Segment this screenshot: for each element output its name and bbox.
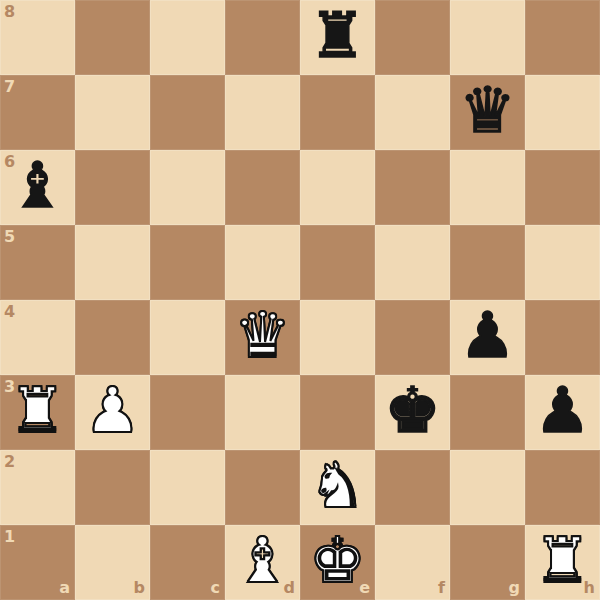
- chess-board: 8♜7♛6♝54♛♟3♜♟♚♟2♞1abcd♝e♚fgh♜: [0, 0, 600, 600]
- square-e4[interactable]: [300, 300, 375, 375]
- black-queen[interactable]: ♛: [459, 79, 515, 142]
- square-e8[interactable]: ♜: [300, 0, 375, 75]
- square-b3[interactable]: ♟: [75, 375, 150, 450]
- square-h8[interactable]: [525, 0, 600, 75]
- square-a6[interactable]: 6♝: [0, 150, 75, 225]
- rank-label-2: 2: [4, 454, 15, 470]
- square-e1[interactable]: e♚: [300, 525, 375, 600]
- square-c4[interactable]: [150, 300, 225, 375]
- square-b8[interactable]: [75, 0, 150, 75]
- square-a8[interactable]: 8: [0, 0, 75, 75]
- square-d1[interactable]: d♝: [225, 525, 300, 600]
- black-pawn[interactable]: ♟: [534, 379, 590, 442]
- square-b7[interactable]: [75, 75, 150, 150]
- square-f7[interactable]: [375, 75, 450, 150]
- file-label-b: b: [134, 580, 145, 596]
- square-d6[interactable]: [225, 150, 300, 225]
- square-f4[interactable]: [375, 300, 450, 375]
- square-h5[interactable]: [525, 225, 600, 300]
- square-h6[interactable]: [525, 150, 600, 225]
- white-rook[interactable]: ♜: [9, 379, 65, 442]
- square-c7[interactable]: [150, 75, 225, 150]
- square-a4[interactable]: 4: [0, 300, 75, 375]
- square-c1[interactable]: c: [150, 525, 225, 600]
- file-label-g: g: [509, 580, 520, 596]
- black-bishop[interactable]: ♝: [9, 154, 65, 217]
- square-h3[interactable]: ♟: [525, 375, 600, 450]
- square-f8[interactable]: [375, 0, 450, 75]
- square-f3[interactable]: ♚: [375, 375, 450, 450]
- square-a3[interactable]: 3♜: [0, 375, 75, 450]
- square-b5[interactable]: [75, 225, 150, 300]
- rank-label-1: 1: [4, 529, 15, 545]
- square-h7[interactable]: [525, 75, 600, 150]
- square-c2[interactable]: [150, 450, 225, 525]
- square-g2[interactable]: [450, 450, 525, 525]
- square-a5[interactable]: 5: [0, 225, 75, 300]
- square-g3[interactable]: [450, 375, 525, 450]
- square-g8[interactable]: [450, 0, 525, 75]
- square-b1[interactable]: b: [75, 525, 150, 600]
- rank-label-5: 5: [4, 229, 15, 245]
- square-g4[interactable]: ♟: [450, 300, 525, 375]
- file-label-a: a: [59, 580, 70, 596]
- square-d3[interactable]: [225, 375, 300, 450]
- white-rook[interactable]: ♜: [534, 529, 590, 592]
- white-queen[interactable]: ♛: [234, 304, 290, 367]
- square-a2[interactable]: 2: [0, 450, 75, 525]
- square-e3[interactable]: [300, 375, 375, 450]
- square-e5[interactable]: [300, 225, 375, 300]
- black-rook[interactable]: ♜: [309, 4, 365, 67]
- square-f1[interactable]: f: [375, 525, 450, 600]
- square-d5[interactable]: [225, 225, 300, 300]
- white-king[interactable]: ♚: [309, 529, 365, 592]
- square-d8[interactable]: [225, 0, 300, 75]
- square-c5[interactable]: [150, 225, 225, 300]
- rank-label-7: 7: [4, 79, 15, 95]
- square-f2[interactable]: [375, 450, 450, 525]
- square-b6[interactable]: [75, 150, 150, 225]
- square-a7[interactable]: 7: [0, 75, 75, 150]
- square-c3[interactable]: [150, 375, 225, 450]
- square-h1[interactable]: h♜: [525, 525, 600, 600]
- square-g7[interactable]: ♛: [450, 75, 525, 150]
- square-g5[interactable]: [450, 225, 525, 300]
- black-pawn[interactable]: ♟: [459, 304, 515, 367]
- square-h2[interactable]: [525, 450, 600, 525]
- square-e7[interactable]: [300, 75, 375, 150]
- square-h4[interactable]: [525, 300, 600, 375]
- square-a1[interactable]: 1a: [0, 525, 75, 600]
- white-pawn[interactable]: ♟: [84, 379, 140, 442]
- white-bishop[interactable]: ♝: [234, 529, 290, 592]
- file-label-c: c: [211, 580, 220, 596]
- square-e2[interactable]: ♞: [300, 450, 375, 525]
- square-c6[interactable]: [150, 150, 225, 225]
- square-f6[interactable]: [375, 150, 450, 225]
- square-d2[interactable]: [225, 450, 300, 525]
- square-c8[interactable]: [150, 0, 225, 75]
- rank-label-8: 8: [4, 4, 15, 20]
- square-d4[interactable]: ♛: [225, 300, 300, 375]
- square-g1[interactable]: g: [450, 525, 525, 600]
- white-knight[interactable]: ♞: [309, 454, 365, 517]
- square-g6[interactable]: [450, 150, 525, 225]
- file-label-f: f: [438, 580, 445, 596]
- square-e6[interactable]: [300, 150, 375, 225]
- square-b2[interactable]: [75, 450, 150, 525]
- rank-label-4: 4: [4, 304, 15, 320]
- square-b4[interactable]: [75, 300, 150, 375]
- square-d7[interactable]: [225, 75, 300, 150]
- black-king[interactable]: ♚: [384, 379, 440, 442]
- square-f5[interactable]: [375, 225, 450, 300]
